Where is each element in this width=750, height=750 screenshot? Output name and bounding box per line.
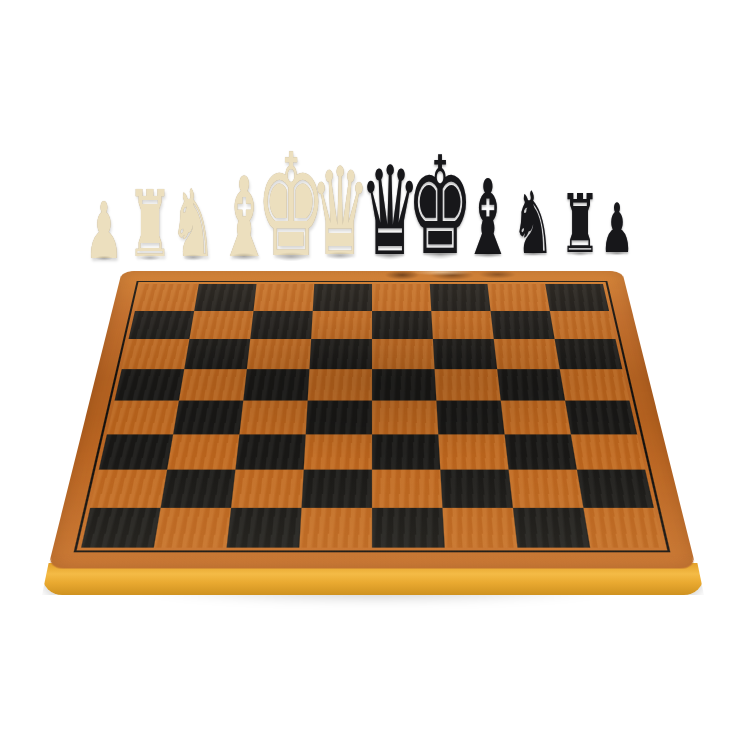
board-playing-area: [74, 281, 671, 552]
square-e2[interactable]: [372, 470, 442, 508]
square-b1[interactable]: [154, 507, 231, 547]
square-c4[interactable]: [239, 401, 307, 435]
square-d4[interactable]: [306, 401, 372, 435]
square-b6[interactable]: [184, 339, 250, 369]
square-f6[interactable]: [433, 339, 497, 369]
square-c3[interactable]: [235, 434, 305, 470]
square-e8[interactable]: [372, 284, 431, 311]
square-e1[interactable]: [372, 507, 445, 547]
square-h5[interactable]: [560, 369, 630, 401]
square-f7[interactable]: [431, 311, 493, 339]
square-g1[interactable]: [513, 507, 590, 547]
board-grid: [81, 284, 663, 548]
square-a7[interactable]: [129, 311, 195, 339]
square-a1[interactable]: [81, 507, 161, 547]
square-f2[interactable]: [440, 470, 513, 508]
square-e3[interactable]: [372, 434, 440, 470]
square-b2[interactable]: [161, 470, 236, 508]
square-a4[interactable]: [107, 401, 179, 435]
product-photo-canvas: ♟♜♞♝♚♛♛♚♝♞♜♟: [0, 0, 750, 750]
tray-piece-black-pawn[interactable]: ♟: [600, 195, 634, 263]
square-a5[interactable]: [115, 369, 185, 401]
square-d3[interactable]: [304, 434, 372, 470]
square-a8[interactable]: [135, 284, 199, 311]
square-f1[interactable]: [442, 507, 517, 547]
square-h8[interactable]: [545, 284, 609, 311]
square-b7[interactable]: [189, 311, 253, 339]
square-f4[interactable]: [436, 401, 504, 435]
square-a6[interactable]: [122, 339, 190, 369]
square-d6[interactable]: [309, 339, 372, 369]
tray-piece-white-rook[interactable]: ♜: [127, 179, 172, 271]
square-h4[interactable]: [565, 401, 637, 435]
square-e6[interactable]: [372, 339, 435, 369]
square-h3[interactable]: [571, 434, 645, 470]
square-h2[interactable]: [577, 470, 654, 508]
square-f5[interactable]: [435, 369, 501, 401]
square-a3[interactable]: [99, 434, 173, 470]
square-d7[interactable]: [311, 311, 372, 339]
square-c1[interactable]: [227, 507, 302, 547]
tray-piece-black-knight[interactable]: ♞: [512, 180, 554, 266]
square-b4[interactable]: [173, 401, 243, 435]
square-f8[interactable]: [430, 284, 491, 311]
square-g3[interactable]: [505, 434, 577, 470]
tray-piece-black-rook[interactable]: ♜: [560, 184, 600, 265]
square-g2[interactable]: [509, 470, 584, 508]
square-d2[interactable]: [302, 470, 372, 508]
chess-board: [48, 271, 696, 569]
square-c5[interactable]: [243, 369, 309, 401]
square-d5[interactable]: [308, 369, 372, 401]
square-g5[interactable]: [497, 369, 565, 401]
square-a2[interactable]: [90, 470, 167, 508]
square-b3[interactable]: [167, 434, 239, 470]
square-b5[interactable]: [179, 369, 247, 401]
square-c6[interactable]: [247, 339, 311, 369]
square-e7[interactable]: [372, 311, 433, 339]
square-c2[interactable]: [231, 470, 304, 508]
tray-piece-white-pawn[interactable]: ♟: [85, 192, 123, 270]
square-g7[interactable]: [491, 311, 555, 339]
square-h7[interactable]: [550, 311, 616, 339]
square-g4[interactable]: [501, 401, 571, 435]
square-b8[interactable]: [194, 284, 256, 311]
square-d1[interactable]: [299, 507, 372, 547]
square-e5[interactable]: [372, 369, 436, 401]
square-f3[interactable]: [438, 434, 508, 470]
tray-piece-white-knight[interactable]: ♞: [170, 178, 216, 271]
square-h6[interactable]: [555, 339, 623, 369]
square-c7[interactable]: [250, 311, 312, 339]
square-g6[interactable]: [494, 339, 560, 369]
square-e4[interactable]: [372, 401, 438, 435]
square-g8[interactable]: [487, 284, 549, 311]
tray-piece-black-bishop[interactable]: ♝: [462, 166, 513, 270]
square-h1[interactable]: [583, 507, 663, 547]
